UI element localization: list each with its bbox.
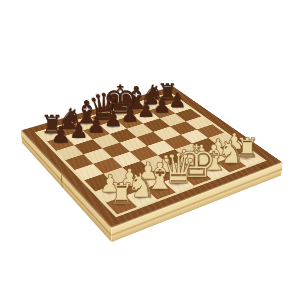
piece-dark-pawn[interactable]: ♟: [153, 95, 171, 115]
piece-dark-pawn[interactable]: ♟: [104, 109, 123, 130]
piece-dark-pawn[interactable]: ♟: [51, 125, 71, 147]
chess-scene: ♜♞♝♛♚♝♞♜♟♟♟♟♟♟♟♟♟♟♟♟♟♟♟♟♜♞♝♛♚♝♞♜: [0, 0, 300, 300]
piece-light-rook[interactable]: ♜: [108, 180, 134, 210]
piece-dark-pawn[interactable]: ♟: [87, 114, 106, 135]
piece-dark-pawn[interactable]: ♟: [120, 104, 139, 125]
piece-dark-pawn[interactable]: ♟: [168, 90, 186, 110]
piece-dark-pawn[interactable]: ♟: [137, 99, 155, 120]
pieces-layer: ♜♞♝♛♚♝♞♜♟♟♟♟♟♟♟♟♟♟♟♟♟♟♟♟♜♞♝♛♚♝♞♜: [0, 0, 300, 300]
product-photo-canvas: ♜♞♝♛♚♝♞♜♟♟♟♟♟♟♟♟♟♟♟♟♟♟♟♟♜♞♝♛♚♝♞♜: [0, 0, 300, 300]
piece-dark-pawn[interactable]: ♟: [69, 119, 88, 141]
